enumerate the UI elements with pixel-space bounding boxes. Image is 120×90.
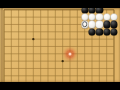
- letterbox-bottom-bar: [0, 82, 120, 90]
- star-point: [62, 60, 64, 62]
- go-board[interactable]: [0, 8, 120, 82]
- hint-move-marker[interactable]: [66, 50, 74, 58]
- app-screen: [0, 0, 120, 90]
- star-point: [32, 38, 34, 40]
- hint-center-dot: [68, 52, 71, 55]
- last-move-circle-marker: [82, 22, 88, 28]
- letterbox-top-bar: [0, 0, 120, 8]
